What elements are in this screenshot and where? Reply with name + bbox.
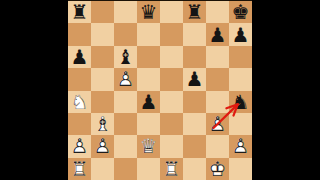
square-g6[interactable]: [206, 46, 229, 68]
square-b5[interactable]: [91, 68, 114, 90]
square-b7[interactable]: [91, 23, 114, 45]
piece-white-pawn[interactable]: ♟♙: [229, 135, 252, 157]
square-c8[interactable]: [114, 1, 137, 23]
piece-black-king[interactable]: ♚: [229, 1, 252, 23]
square-c7[interactable]: [114, 23, 137, 45]
square-c6[interactable]: ♝: [114, 46, 137, 68]
square-f3[interactable]: [183, 113, 206, 135]
square-b4[interactable]: [91, 91, 114, 113]
square-b1[interactable]: [91, 158, 114, 180]
piece-white-rook[interactable]: ♜♖: [68, 158, 91, 180]
square-f6[interactable]: [183, 46, 206, 68]
square-c2[interactable]: [114, 135, 137, 157]
square-e6[interactable]: [160, 46, 183, 68]
square-f7[interactable]: [183, 23, 206, 45]
piece-black-pawn[interactable]: ♟: [137, 91, 160, 113]
square-g5[interactable]: [206, 68, 229, 90]
piece-black-bishop[interactable]: ♝: [114, 46, 137, 68]
square-h1[interactable]: [229, 158, 252, 180]
square-a4[interactable]: ♞♘: [68, 91, 91, 113]
square-f2[interactable]: [183, 135, 206, 157]
piece-black-pawn[interactable]: ♟: [229, 23, 252, 45]
square-h2[interactable]: ♟♙: [229, 135, 252, 157]
square-d3[interactable]: [137, 113, 160, 135]
piece-white-bishop[interactable]: ♝♗: [91, 113, 114, 135]
chessboard[interactable]: ♜♛♜♚♟♟♟♝♟♙♟♞♘♟♞♝♗♟♙♟♙♟♙♛♕♟♙♜♖♜♖♚♔: [68, 1, 252, 180]
square-h3[interactable]: [229, 113, 252, 135]
piece-white-pawn[interactable]: ♟♙: [114, 68, 137, 90]
piece-black-pawn[interactable]: ♟: [68, 46, 91, 68]
piece-white-rook[interactable]: ♜♖: [160, 158, 183, 180]
square-h8[interactable]: ♚: [229, 1, 252, 23]
square-h6[interactable]: [229, 46, 252, 68]
square-d2[interactable]: ♛♕: [137, 135, 160, 157]
square-b2[interactable]: ♟♙: [91, 135, 114, 157]
square-f1[interactable]: [183, 158, 206, 180]
square-f4[interactable]: [183, 91, 206, 113]
square-d7[interactable]: [137, 23, 160, 45]
square-d4[interactable]: ♟: [137, 91, 160, 113]
square-g3[interactable]: ♟♙: [206, 113, 229, 135]
square-e8[interactable]: [160, 1, 183, 23]
square-d1[interactable]: [137, 158, 160, 180]
square-g8[interactable]: [206, 1, 229, 23]
square-e1[interactable]: ♜♖: [160, 158, 183, 180]
square-c1[interactable]: [114, 158, 137, 180]
piece-black-rook[interactable]: ♜: [68, 1, 91, 23]
square-h7[interactable]: ♟: [229, 23, 252, 45]
piece-white-king[interactable]: ♚♔: [206, 158, 229, 180]
square-h5[interactable]: [229, 68, 252, 90]
piece-black-rook[interactable]: ♜: [183, 1, 206, 23]
piece-white-queen[interactable]: ♛♕: [137, 135, 160, 157]
square-c4[interactable]: [114, 91, 137, 113]
square-g4[interactable]: [206, 91, 229, 113]
square-d8[interactable]: ♛: [137, 1, 160, 23]
square-a8[interactable]: ♜: [68, 1, 91, 23]
square-b6[interactable]: [91, 46, 114, 68]
piece-black-knight[interactable]: ♞: [229, 91, 252, 113]
square-e2[interactable]: [160, 135, 183, 157]
piece-black-pawn[interactable]: ♟: [183, 68, 206, 90]
square-h4[interactable]: ♞: [229, 91, 252, 113]
chess-diagram: ♜♛♜♚♟♟♟♝♟♙♟♞♘♟♞♝♗♟♙♟♙♟♙♛♕♟♙♜♖♜♖♚♔: [0, 0, 320, 180]
piece-white-pawn[interactable]: ♟♙: [68, 135, 91, 157]
square-a6[interactable]: ♟: [68, 46, 91, 68]
square-c3[interactable]: [114, 113, 137, 135]
square-f5[interactable]: ♟: [183, 68, 206, 90]
square-g1[interactable]: ♚♔: [206, 158, 229, 180]
piece-black-pawn[interactable]: ♟: [206, 23, 229, 45]
square-c5[interactable]: ♟♙: [114, 68, 137, 90]
square-a3[interactable]: [68, 113, 91, 135]
square-g2[interactable]: [206, 135, 229, 157]
square-f8[interactable]: ♜: [183, 1, 206, 23]
piece-white-knight[interactable]: ♞♘: [68, 91, 91, 113]
square-a7[interactable]: [68, 23, 91, 45]
square-d6[interactable]: [137, 46, 160, 68]
square-b8[interactable]: [91, 1, 114, 23]
square-b3[interactable]: ♝♗: [91, 113, 114, 135]
square-g7[interactable]: ♟: [206, 23, 229, 45]
piece-white-pawn[interactable]: ♟♙: [91, 135, 114, 157]
square-a2[interactable]: ♟♙: [68, 135, 91, 157]
square-e3[interactable]: [160, 113, 183, 135]
square-e4[interactable]: [160, 91, 183, 113]
square-a5[interactable]: [68, 68, 91, 90]
square-a1[interactable]: ♜♖: [68, 158, 91, 180]
square-e7[interactable]: [160, 23, 183, 45]
piece-black-queen[interactable]: ♛: [137, 1, 160, 23]
piece-white-pawn[interactable]: ♟♙: [206, 113, 229, 135]
square-e5[interactable]: [160, 68, 183, 90]
square-d5[interactable]: [137, 68, 160, 90]
